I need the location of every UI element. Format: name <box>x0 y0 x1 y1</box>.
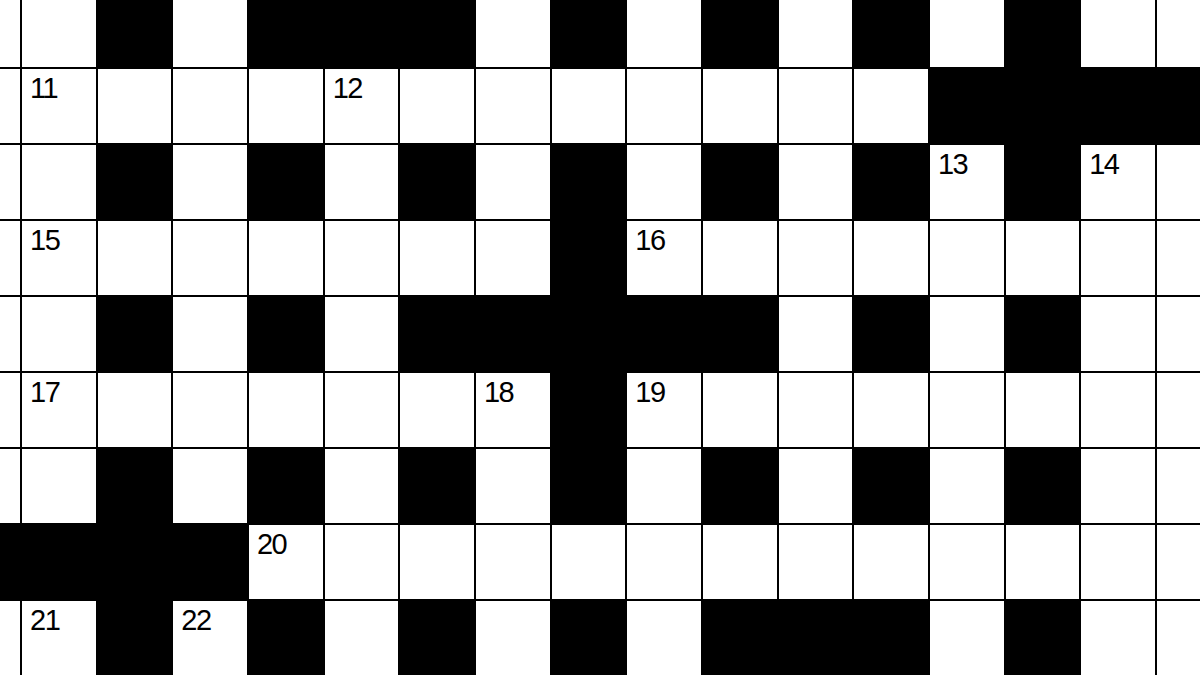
grid-cell[interactable] <box>324 144 400 220</box>
block-cell <box>1005 448 1081 524</box>
block-cell <box>0 524 21 600</box>
block-cell <box>97 144 173 220</box>
clue-number: 12 <box>333 74 362 103</box>
grid-cell[interactable]: 13 <box>929 144 1005 220</box>
grid-cell[interactable] <box>324 448 400 524</box>
block-cell <box>853 0 929 68</box>
block-cell <box>97 524 173 600</box>
grid-cell[interactable] <box>172 144 248 220</box>
grid-cell[interactable] <box>0 0 21 68</box>
clue-number: 13 <box>938 150 967 179</box>
grid-cell[interactable] <box>399 68 475 144</box>
grid-cell[interactable] <box>0 144 21 220</box>
grid-cell[interactable] <box>929 220 1005 296</box>
grid-cell[interactable] <box>929 524 1005 600</box>
grid-cell[interactable]: 19 <box>626 372 702 448</box>
block-cell <box>551 448 627 524</box>
grid-cell[interactable] <box>1156 600 1200 675</box>
grid-cell[interactable] <box>1156 448 1200 524</box>
grid-cell[interactable] <box>97 220 173 296</box>
block-cell <box>551 144 627 220</box>
grid-cell[interactable] <box>97 372 173 448</box>
grid-cell[interactable] <box>1156 296 1200 372</box>
grid-cell[interactable] <box>0 600 21 675</box>
block-cell <box>248 600 324 675</box>
grid-cell[interactable] <box>778 448 854 524</box>
grid-cell[interactable] <box>21 296 97 372</box>
grid-cell[interactable] <box>1005 220 1081 296</box>
grid-cell[interactable]: 15 <box>21 220 97 296</box>
grid-cell[interactable] <box>475 0 551 68</box>
grid-cell[interactable] <box>475 68 551 144</box>
grid-cell[interactable] <box>1080 524 1156 600</box>
block-cell <box>702 448 778 524</box>
grid-cell[interactable]: 21 <box>21 600 97 675</box>
block-cell <box>853 296 929 372</box>
grid-cell[interactable] <box>0 68 21 144</box>
grid-cell[interactable] <box>626 144 702 220</box>
grid-cell[interactable] <box>702 372 778 448</box>
grid-cell[interactable] <box>172 372 248 448</box>
block-cell <box>399 0 475 68</box>
grid-cell[interactable] <box>172 296 248 372</box>
block-cell <box>475 296 551 372</box>
grid-cell[interactable] <box>702 524 778 600</box>
grid-cell[interactable] <box>778 220 854 296</box>
grid-cell[interactable] <box>399 524 475 600</box>
block-cell <box>702 0 778 68</box>
block-cell <box>551 296 627 372</box>
grid-cell[interactable] <box>929 296 1005 372</box>
block-cell <box>97 0 173 68</box>
grid-cell[interactable] <box>172 0 248 68</box>
block-cell <box>97 296 173 372</box>
grid-cell[interactable] <box>551 524 627 600</box>
grid-cell[interactable]: 22 <box>172 600 248 675</box>
grid-cell[interactable]: 20 <box>248 524 324 600</box>
grid-cell[interactable] <box>626 0 702 68</box>
block-cell <box>1156 68 1200 144</box>
grid-cell[interactable]: 16 <box>626 220 702 296</box>
clue-number: 14 <box>1089 150 1118 179</box>
grid-cell[interactable] <box>172 448 248 524</box>
block-cell <box>551 0 627 68</box>
clue-number: 19 <box>635 378 664 407</box>
block-cell <box>551 600 627 675</box>
clue-number: 20 <box>257 530 286 559</box>
block-cell <box>399 296 475 372</box>
grid-cell[interactable] <box>778 524 854 600</box>
block-cell <box>1005 68 1081 144</box>
grid-cell[interactable] <box>1080 372 1156 448</box>
block-cell <box>853 600 929 675</box>
grid-cell[interactable] <box>929 372 1005 448</box>
block-cell <box>248 0 324 68</box>
grid-cell[interactable]: 18 <box>475 372 551 448</box>
clue-number: 11 <box>30 74 57 103</box>
clue-number: 18 <box>484 378 513 407</box>
grid-cell[interactable] <box>21 448 97 524</box>
grid-cell[interactable] <box>1005 524 1081 600</box>
grid-cell[interactable] <box>21 144 97 220</box>
grid-cell[interactable] <box>853 524 929 600</box>
block-cell <box>853 448 929 524</box>
grid-cell[interactable]: 14 <box>1080 144 1156 220</box>
grid-cell[interactable] <box>1080 220 1156 296</box>
grid-cell[interactable] <box>853 68 929 144</box>
block-cell <box>399 448 475 524</box>
grid-cell[interactable] <box>1005 372 1081 448</box>
block-cell <box>853 144 929 220</box>
block-cell <box>97 448 173 524</box>
grid-cell[interactable] <box>324 296 400 372</box>
grid-cell[interactable] <box>929 448 1005 524</box>
grid-cell[interactable] <box>1080 0 1156 68</box>
grid-cell[interactable] <box>21 0 97 68</box>
block-cell <box>702 600 778 675</box>
clue-number: 22 <box>181 606 210 635</box>
grid-cell[interactable] <box>0 372 21 448</box>
grid-cell[interactable] <box>324 524 400 600</box>
grid-cell[interactable] <box>324 372 400 448</box>
grid-cell[interactable] <box>929 0 1005 68</box>
block-cell <box>778 600 854 675</box>
grid-cell[interactable] <box>475 448 551 524</box>
grid-cell[interactable] <box>1080 600 1156 675</box>
grid-cell[interactable] <box>0 448 21 524</box>
block-cell <box>702 144 778 220</box>
grid-cell[interactable] <box>929 600 1005 675</box>
grid-cell[interactable] <box>626 524 702 600</box>
grid-cell[interactable] <box>97 68 173 144</box>
grid-cell[interactable] <box>475 600 551 675</box>
grid-cell[interactable] <box>1156 372 1200 448</box>
crossword-board: 111213141516171819202122 <box>0 0 1200 675</box>
block-cell <box>1005 296 1081 372</box>
block-cell <box>399 144 475 220</box>
block-cell <box>248 448 324 524</box>
grid-cell[interactable] <box>853 372 929 448</box>
block-cell <box>551 372 627 448</box>
grid-cell[interactable] <box>1156 0 1200 68</box>
grid-cell[interactable] <box>172 68 248 144</box>
grid-cell[interactable] <box>853 220 929 296</box>
block-cell <box>702 296 778 372</box>
grid-cell[interactable]: 11 <box>21 68 97 144</box>
block-cell <box>172 524 248 600</box>
grid-cell[interactable] <box>778 0 854 68</box>
block-cell <box>324 0 400 68</box>
grid-cell[interactable] <box>399 220 475 296</box>
block-cell <box>97 600 173 675</box>
block-cell <box>21 524 97 600</box>
block-cell <box>929 68 1005 144</box>
grid-cell[interactable] <box>248 372 324 448</box>
grid-cell[interactable] <box>626 600 702 675</box>
grid-cell[interactable] <box>1080 296 1156 372</box>
grid-cell[interactable] <box>399 372 475 448</box>
grid-cell[interactable] <box>1156 144 1200 220</box>
grid-cell[interactable]: 12 <box>324 68 400 144</box>
block-cell <box>551 220 627 296</box>
block-cell <box>1005 144 1081 220</box>
block-cell <box>399 600 475 675</box>
grid-cell[interactable] <box>324 600 400 675</box>
grid-cell[interactable] <box>702 220 778 296</box>
clue-number: 21 <box>30 606 59 635</box>
grid-cell[interactable] <box>778 68 854 144</box>
grid-cell[interactable] <box>1156 220 1200 296</box>
grid-cell[interactable] <box>1080 448 1156 524</box>
grid-cell[interactable] <box>0 296 21 372</box>
grid-cell[interactable] <box>475 524 551 600</box>
grid-cell[interactable] <box>475 220 551 296</box>
block-cell <box>1005 600 1081 675</box>
grid-cell[interactable] <box>626 68 702 144</box>
grid-cell[interactable] <box>475 144 551 220</box>
clue-number: 17 <box>30 378 59 407</box>
crossword-grid: 111213141516171819202122 <box>0 0 1200 675</box>
block-cell <box>248 144 324 220</box>
grid-cell[interactable] <box>248 68 324 144</box>
block-cell <box>1080 68 1156 144</box>
grid-cell[interactable] <box>1156 524 1200 600</box>
grid-cell[interactable] <box>172 220 248 296</box>
grid-cell[interactable] <box>778 144 854 220</box>
grid-cell[interactable] <box>626 448 702 524</box>
grid-cell[interactable] <box>248 220 324 296</box>
grid-cell[interactable] <box>551 68 627 144</box>
grid-cell[interactable] <box>778 296 854 372</box>
grid-cell[interactable]: 17 <box>21 372 97 448</box>
block-cell <box>248 296 324 372</box>
grid-cell[interactable] <box>0 220 21 296</box>
grid-cell[interactable] <box>324 220 400 296</box>
clue-number: 15 <box>30 226 59 255</box>
block-cell <box>626 296 702 372</box>
clue-number: 16 <box>635 226 664 255</box>
grid-cell[interactable] <box>778 372 854 448</box>
block-cell <box>1005 0 1081 68</box>
grid-cell[interactable] <box>702 68 778 144</box>
